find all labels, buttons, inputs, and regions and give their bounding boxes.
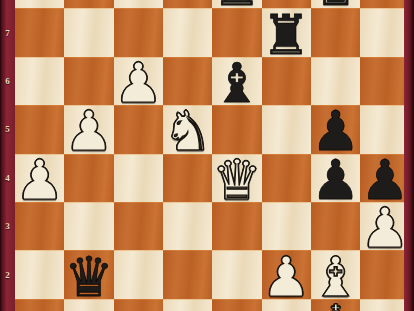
square-e1: [212, 299, 261, 311]
piece-white-pawn: ♟: [114, 59, 163, 107]
square-b6: [64, 57, 113, 105]
piece-black-bishop: ♝: [212, 59, 261, 107]
piece-black-rook: ♜: [262, 11, 311, 59]
square-a1: [15, 299, 64, 311]
square-h8: [360, 0, 409, 8]
piece-black-pawn: ♟: [311, 156, 360, 204]
square-c7: [114, 8, 163, 56]
square-g2: ♝: [311, 250, 360, 298]
square-b3: [64, 202, 113, 250]
square-g5: ♟: [311, 105, 360, 153]
square-g8: ♚: [311, 0, 360, 8]
square-e4: ♛: [212, 154, 261, 202]
rank-label-3: 3: [2, 221, 13, 231]
square-a8: [15, 0, 64, 8]
square-e6: ♝: [212, 57, 261, 105]
square-g1: ♚: [311, 299, 360, 311]
square-c2: [114, 250, 163, 298]
square-f7: ♜: [262, 8, 311, 56]
rank-label-5: 5: [2, 124, 13, 134]
piece-white-pawn: ♟: [64, 107, 113, 155]
piece-white-queen: ♛: [212, 156, 261, 204]
board-right-frame: [404, 0, 414, 311]
square-f4: [262, 154, 311, 202]
board-left-frame: 765432: [0, 0, 15, 311]
square-a4: ♟: [15, 154, 64, 202]
square-a2: [15, 250, 64, 298]
square-c4: [114, 154, 163, 202]
square-d3: [163, 202, 212, 250]
chess-board: ♜♚♜♟♝♟♞♟♟♛♟♟♟♛♟♝♚: [15, 0, 404, 311]
rank-label-6: 6: [2, 76, 13, 86]
square-e8: ♜: [212, 0, 261, 8]
square-a6: [15, 57, 64, 105]
rank-label-4: 4: [2, 173, 13, 183]
square-b7: [64, 8, 113, 56]
square-h5: [360, 105, 409, 153]
square-d5: ♞: [163, 105, 212, 153]
square-d8: [163, 0, 212, 8]
square-c8: [114, 0, 163, 8]
square-a5: [15, 105, 64, 153]
piece-black-king: ♚: [311, 0, 360, 10]
square-d1: [163, 299, 212, 311]
square-h4: ♟: [360, 154, 409, 202]
piece-white-pawn: ♟: [262, 253, 311, 301]
square-h6: [360, 57, 409, 105]
chess-diagram: ♜♚♜♟♝♟♞♟♟♛♟♟♟♛♟♝♚ 765432: [0, 0, 414, 311]
square-c3: [114, 202, 163, 250]
square-d7: [163, 8, 212, 56]
square-a7: [15, 8, 64, 56]
square-g6: [311, 57, 360, 105]
piece-white-pawn: ♟: [360, 204, 409, 252]
piece-black-rook: ♜: [212, 0, 261, 10]
piece-black-queen: ♛: [64, 253, 113, 301]
square-c6: ♟: [114, 57, 163, 105]
square-c1: [114, 299, 163, 311]
square-h7: [360, 8, 409, 56]
square-d6: [163, 57, 212, 105]
square-b8: [64, 0, 113, 8]
square-h1: [360, 299, 409, 311]
square-f5: [262, 105, 311, 153]
square-f3: [262, 202, 311, 250]
rank-label-2: 2: [2, 270, 13, 280]
square-b5: ♟: [64, 105, 113, 153]
square-h3: ♟: [360, 202, 409, 250]
piece-white-knight: ♞: [163, 107, 212, 155]
rank-label-7: 7: [2, 28, 13, 38]
square-b2: ♛: [64, 250, 113, 298]
square-d2: [163, 250, 212, 298]
piece-white-pawn: ♟: [15, 156, 64, 204]
square-g4: ♟: [311, 154, 360, 202]
square-e2: [212, 250, 261, 298]
piece-white-king: ♚: [311, 301, 360, 311]
square-f2: ♟: [262, 250, 311, 298]
